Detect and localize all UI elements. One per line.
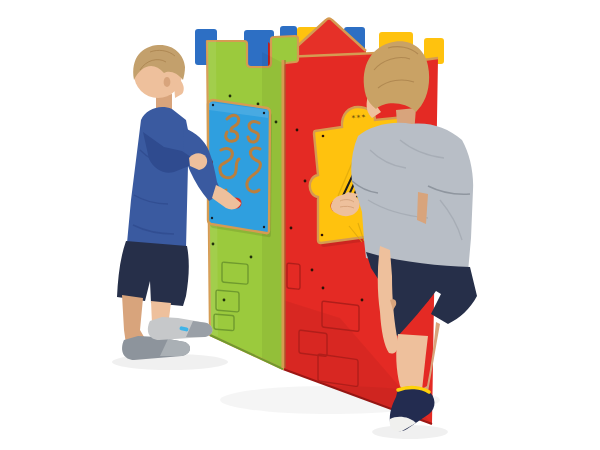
left-boy-ear — [164, 77, 171, 87]
product-photo-stage: ✶✶✶ — [0, 0, 600, 450]
scene: ✶✶✶ — [0, 0, 600, 450]
tab-star-marks: ✶✶✶ — [351, 112, 367, 120]
right-boy-left-hand — [332, 194, 360, 216]
right-boy-tshirt — [351, 123, 473, 272]
